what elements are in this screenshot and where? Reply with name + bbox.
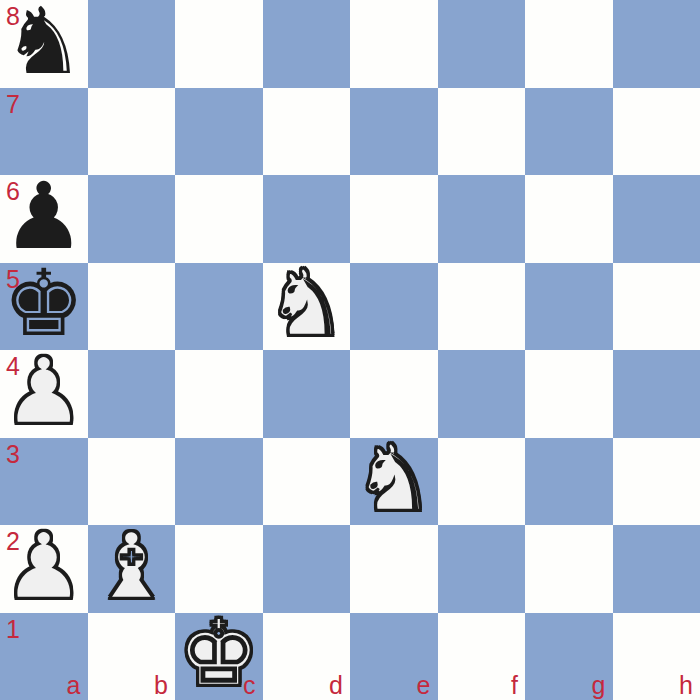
square-d3[interactable] (263, 438, 351, 526)
square-d6[interactable] (263, 175, 351, 263)
square-e4[interactable] (350, 350, 438, 438)
square-e7[interactable] (350, 88, 438, 176)
square-d2[interactable] (263, 525, 351, 613)
square-g5[interactable] (525, 263, 613, 351)
square-h8[interactable] (613, 0, 700, 88)
square-c1[interactable]: c♚ (175, 613, 263, 700)
square-e6[interactable] (350, 175, 438, 263)
square-g3[interactable] (525, 438, 613, 526)
square-a1[interactable]: 1a (0, 613, 88, 700)
square-h4[interactable] (613, 350, 700, 438)
piece-white-knight[interactable]: ♞ (265, 263, 347, 351)
square-e3[interactable]: ♞ (350, 438, 438, 526)
square-e8[interactable] (350, 0, 438, 88)
square-c4[interactable] (175, 350, 263, 438)
square-a5[interactable]: 5♚ (0, 263, 88, 351)
file-label-f: f (511, 673, 518, 698)
square-h6[interactable] (613, 175, 700, 263)
square-b6[interactable] (88, 175, 176, 263)
square-f6[interactable] (438, 175, 526, 263)
piece-white-king[interactable]: ♚ (178, 613, 260, 700)
square-d4[interactable] (263, 350, 351, 438)
square-f3[interactable] (438, 438, 526, 526)
square-d1[interactable]: d (263, 613, 351, 700)
piece-white-pawn[interactable]: ♟︎ (3, 525, 85, 613)
square-f1[interactable]: f (438, 613, 526, 700)
square-c6[interactable] (175, 175, 263, 263)
square-h5[interactable] (613, 263, 700, 351)
square-b4[interactable] (88, 350, 176, 438)
square-b8[interactable] (88, 0, 176, 88)
chess-board: 8♞76♟︎5♚♞4♟︎3♞2♟︎♝1abc♚defgh (0, 0, 700, 700)
square-g6[interactable] (525, 175, 613, 263)
piece-black-knight[interactable]: ♞ (3, 0, 85, 88)
square-h7[interactable] (613, 88, 700, 176)
square-g1[interactable]: g (525, 613, 613, 700)
file-label-a: a (67, 673, 81, 698)
square-b1[interactable]: b (88, 613, 176, 700)
square-a2[interactable]: 2♟︎ (0, 525, 88, 613)
square-c5[interactable] (175, 263, 263, 351)
rank-label-7: 7 (6, 92, 20, 117)
square-h3[interactable] (613, 438, 700, 526)
piece-white-bishop[interactable]: ♝ (90, 525, 172, 613)
piece-black-king[interactable]: ♚ (3, 263, 85, 351)
square-c2[interactable] (175, 525, 263, 613)
square-g8[interactable] (525, 0, 613, 88)
square-h1[interactable]: h (613, 613, 700, 700)
file-label-b: b (154, 673, 168, 698)
file-label-g: g (592, 673, 606, 698)
square-d7[interactable] (263, 88, 351, 176)
rank-label-3: 3 (6, 442, 20, 467)
square-b2[interactable]: ♝ (88, 525, 176, 613)
square-b5[interactable] (88, 263, 176, 351)
square-a3[interactable]: 3 (0, 438, 88, 526)
square-g4[interactable] (525, 350, 613, 438)
square-e1[interactable]: e (350, 613, 438, 700)
square-b3[interactable] (88, 438, 176, 526)
square-b7[interactable] (88, 88, 176, 176)
square-c3[interactable] (175, 438, 263, 526)
square-f8[interactable] (438, 0, 526, 88)
square-d5[interactable]: ♞ (263, 263, 351, 351)
rank-label-1: 1 (6, 617, 20, 642)
piece-white-knight[interactable]: ♞ (353, 438, 435, 526)
square-a6[interactable]: 6♟︎ (0, 175, 88, 263)
square-a8[interactable]: 8♞ (0, 0, 88, 88)
file-label-d: d (329, 673, 343, 698)
file-label-e: e (417, 673, 431, 698)
square-e5[interactable] (350, 263, 438, 351)
square-g2[interactable] (525, 525, 613, 613)
square-a7[interactable]: 7 (0, 88, 88, 176)
square-f2[interactable] (438, 525, 526, 613)
square-h2[interactable] (613, 525, 700, 613)
square-a4[interactable]: 4♟︎ (0, 350, 88, 438)
file-label-h: h (679, 673, 693, 698)
square-c8[interactable] (175, 0, 263, 88)
square-g7[interactable] (525, 88, 613, 176)
square-d8[interactable] (263, 0, 351, 88)
square-e2[interactable] (350, 525, 438, 613)
square-f4[interactable] (438, 350, 526, 438)
square-f7[interactable] (438, 88, 526, 176)
piece-white-pawn[interactable]: ♟︎ (3, 350, 85, 438)
piece-black-pawn[interactable]: ♟︎ (3, 175, 85, 263)
square-f5[interactable] (438, 263, 526, 351)
square-c7[interactable] (175, 88, 263, 176)
